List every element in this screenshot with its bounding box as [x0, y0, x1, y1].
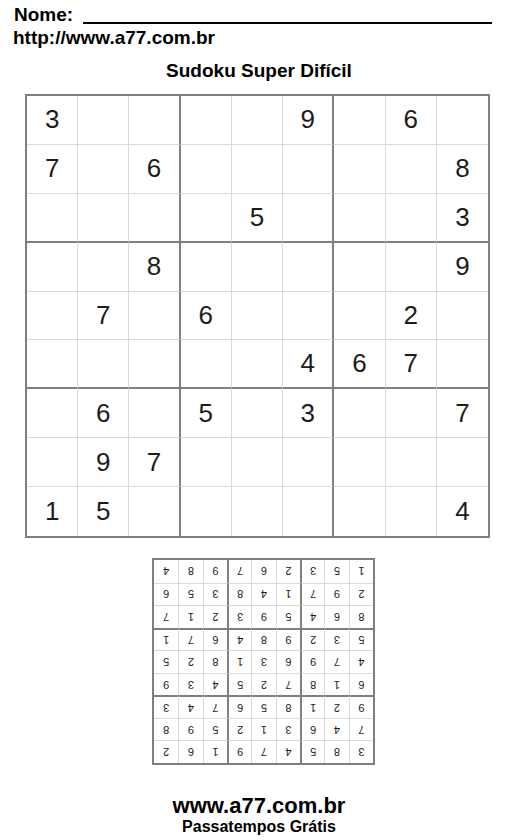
puzzle-cell	[437, 96, 488, 145]
puzzle-cell	[232, 487, 283, 536]
solution-cell: 5	[154, 650, 178, 673]
solution-cell: 2	[227, 718, 251, 741]
solution-cell: 3	[203, 583, 227, 606]
puzzle-cell: 7	[437, 389, 488, 438]
puzzle-cell: 4	[283, 340, 334, 389]
puzzle-cell	[283, 487, 334, 536]
solution-cell: 2	[349, 583, 373, 606]
page: Nome: http://www.a77.com.br Sudoku Super…	[0, 0, 518, 840]
solution-cell: 9	[251, 605, 275, 628]
solution-cell: 9	[276, 628, 300, 651]
puzzle-cell	[181, 194, 232, 243]
solution-cell: 3	[324, 628, 348, 651]
puzzle-cell	[232, 96, 283, 145]
solution-cell: 3	[276, 718, 300, 741]
puzzle-cell: 8	[437, 145, 488, 194]
puzzle-cell: 5	[181, 389, 232, 438]
solution-cell: 3	[349, 740, 373, 763]
puzzle-cell	[181, 96, 232, 145]
puzzle-cell	[129, 389, 180, 438]
puzzle-cell	[78, 340, 129, 389]
solution-cell: 2	[251, 673, 275, 696]
solution-cell: 8	[276, 695, 300, 718]
puzzle-cell	[334, 438, 385, 487]
solution-cell: 9	[227, 740, 251, 763]
solution-cell: 5	[276, 605, 300, 628]
puzzle-cell: 6	[129, 145, 180, 194]
puzzle-cell: 1	[27, 487, 78, 536]
solution-cell: 7	[227, 560, 251, 583]
puzzle-cell	[78, 96, 129, 145]
puzzle-cell	[129, 194, 180, 243]
solution-cell: 7	[251, 740, 275, 763]
puzzle-cell	[437, 340, 488, 389]
solution-cell: 1	[251, 718, 275, 741]
solution-cell: 2	[276, 560, 300, 583]
solution-cell: 2	[324, 695, 348, 718]
solution-cell: 8	[324, 740, 348, 763]
sudoku-grid: 3967685389762467653797154	[25, 94, 490, 538]
solution-cell: 3	[300, 560, 324, 583]
puzzle-cell	[129, 340, 180, 389]
puzzle-cell	[78, 194, 129, 243]
solution-cell: 6	[154, 583, 178, 606]
solution-cell: 1	[203, 740, 227, 763]
puzzle-cell	[386, 194, 437, 243]
puzzle-cell	[181, 243, 232, 292]
solution-cell: 7	[276, 673, 300, 696]
solution-cell: 7	[203, 695, 227, 718]
solution-cell: 9	[300, 650, 324, 673]
puzzle-cell	[334, 194, 385, 243]
name-blank-line	[83, 22, 492, 24]
solution-cell: 8	[154, 718, 178, 741]
solution-cell: 6	[276, 650, 300, 673]
solution-cell: 8	[203, 650, 227, 673]
puzzle-cell	[232, 243, 283, 292]
puzzle-cell: 9	[437, 243, 488, 292]
solution-cell: 5	[251, 695, 275, 718]
puzzle-cell: 7	[78, 292, 129, 341]
puzzle-cell: 6	[386, 96, 437, 145]
solution-cell: 1	[324, 673, 348, 696]
solution-cell: 5	[178, 583, 202, 606]
solution-cell: 5	[227, 673, 251, 696]
puzzle-cell	[181, 487, 232, 536]
puzzle-cell	[283, 194, 334, 243]
solution-cell: 3	[251, 650, 275, 673]
puzzle-cell: 5	[78, 487, 129, 536]
puzzle-cell: 9	[283, 96, 334, 145]
puzzle-cell: 5	[232, 194, 283, 243]
solution-cell: 5	[300, 740, 324, 763]
puzzle-cell	[386, 487, 437, 536]
puzzle-cell	[386, 243, 437, 292]
puzzle-cell: 6	[334, 340, 385, 389]
solution-cell: 8	[227, 583, 251, 606]
solution-cell: 7	[300, 583, 324, 606]
puzzle-cell	[27, 292, 78, 341]
puzzle-cell	[386, 438, 437, 487]
puzzle-cell	[232, 340, 283, 389]
solution-cell: 7	[324, 650, 348, 673]
puzzle-cell	[334, 145, 385, 194]
puzzle-cell	[181, 438, 232, 487]
solution-cell: 7	[349, 718, 373, 741]
puzzle-cell	[283, 145, 334, 194]
solution-cell: 4	[300, 605, 324, 628]
puzzle-cell	[283, 438, 334, 487]
solution-cell: 7	[178, 628, 202, 651]
solution-cell: 9	[324, 583, 348, 606]
puzzle-cell	[437, 438, 488, 487]
puzzle-cell	[334, 389, 385, 438]
puzzle-cell	[129, 292, 180, 341]
puzzle-cell: 3	[27, 96, 78, 145]
solution-cell: 4	[178, 695, 202, 718]
puzzle-cell	[232, 438, 283, 487]
footer-site: www.a77.com.br	[0, 793, 518, 819]
puzzle-cell	[27, 243, 78, 292]
puzzle-cell: 9	[78, 438, 129, 487]
puzzle-cell	[334, 487, 385, 536]
name-field-row: Nome:	[14, 4, 492, 26]
puzzle-cell: 7	[129, 438, 180, 487]
puzzle-cell: 8	[129, 243, 180, 292]
puzzle-cell	[386, 145, 437, 194]
solution-cell: 9	[349, 695, 373, 718]
puzzle-cell	[386, 389, 437, 438]
solution-cell: 4	[203, 673, 227, 696]
solution-cell: 4	[154, 560, 178, 583]
puzzle-cell	[232, 389, 283, 438]
puzzle-cell: 7	[27, 145, 78, 194]
puzzle-cell: 2	[386, 292, 437, 341]
footer-tagline: Passatempos Grátis	[0, 818, 518, 836]
solution-cell: 4	[324, 718, 348, 741]
solution-cell: 1	[300, 695, 324, 718]
solution-cell: 1	[178, 605, 202, 628]
solution-cell: 4	[251, 583, 275, 606]
solution-cell: 5	[349, 628, 373, 651]
puzzle-cell	[334, 292, 385, 341]
solution-cell: 9	[203, 560, 227, 583]
puzzle-cell	[181, 340, 232, 389]
solution-cell: 2	[178, 650, 202, 673]
solution-cell: 2	[300, 628, 324, 651]
solution-cell: 3	[227, 605, 251, 628]
solution-cell: 6	[349, 673, 373, 696]
solution-cell: 4	[276, 740, 300, 763]
solution-cell: 6	[300, 718, 324, 741]
solution-cell: 4	[227, 628, 251, 651]
puzzle-cell	[78, 243, 129, 292]
solution-cell: 9	[154, 673, 178, 696]
puzzle-cell: 6	[181, 292, 232, 341]
puzzle-cell: 4	[437, 487, 488, 536]
solution-cell: 6	[178, 740, 202, 763]
puzzle-cell	[27, 340, 78, 389]
solution-cell: 4	[349, 650, 373, 673]
solution-cell: 1	[349, 560, 373, 583]
puzzle-cell	[78, 145, 129, 194]
sudoku-solution-grid: 3854791627463125989218567436187254394796…	[152, 558, 375, 765]
puzzle-cell	[27, 438, 78, 487]
puzzle-cell	[129, 487, 180, 536]
solution-cell: 6	[324, 605, 348, 628]
puzzle-cell: 3	[437, 194, 488, 243]
puzzle-cell: 7	[386, 340, 437, 389]
puzzle-cell	[334, 243, 385, 292]
puzzle-cell	[129, 96, 180, 145]
name-label: Nome:	[14, 4, 73, 26]
solution-cell: 1	[276, 583, 300, 606]
solution-cell: 9	[178, 718, 202, 741]
solution-cell: 6	[227, 695, 251, 718]
solution-cell: 8	[178, 560, 202, 583]
solution-cell: 6	[203, 628, 227, 651]
solution-cell: 1	[154, 628, 178, 651]
solution-cell: 2	[154, 740, 178, 763]
puzzle-cell	[437, 292, 488, 341]
solution-cell: 7	[154, 605, 178, 628]
solution-cell: 2	[203, 605, 227, 628]
puzzle-cell	[334, 96, 385, 145]
puzzle-cell	[283, 292, 334, 341]
puzzle-cell: 3	[283, 389, 334, 438]
puzzle-cell	[181, 145, 232, 194]
puzzle-cell	[27, 194, 78, 243]
puzzle-cell	[232, 292, 283, 341]
solution-cell: 5	[203, 718, 227, 741]
solution-cell: 3	[178, 673, 202, 696]
solution-cell: 5	[324, 560, 348, 583]
page-title: Sudoku Super Difícil	[0, 60, 518, 82]
puzzle-cell	[283, 243, 334, 292]
puzzle-cell: 6	[78, 389, 129, 438]
site-url: http://www.a77.com.br	[13, 27, 215, 49]
solution-cell: 1	[227, 650, 251, 673]
puzzle-cell	[27, 389, 78, 438]
puzzle-cell	[232, 145, 283, 194]
solution-cell: 8	[251, 628, 275, 651]
solution-cell: 3	[154, 695, 178, 718]
solution-cell: 8	[349, 605, 373, 628]
solution-cell: 8	[300, 673, 324, 696]
solution-cell: 6	[251, 560, 275, 583]
